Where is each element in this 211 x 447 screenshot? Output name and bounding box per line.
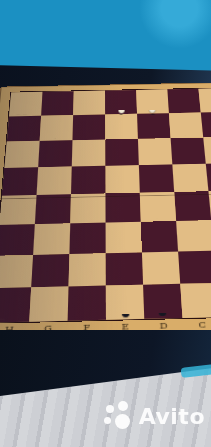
square-d6 [138, 138, 172, 165]
square-d5 [139, 164, 174, 192]
square-g1: ♞ [29, 286, 68, 321]
chess-board: ♜♞♝♚♛♝♞♜♟♟♟♟♟♟♟♟♟♟♟♟♟♟♟♟♜♞♝♚♛♝♞♜ HGFEDCB… [0, 81, 211, 339]
square-f3 [69, 223, 105, 254]
square-h5 [2, 167, 38, 195]
square-c3 [176, 220, 211, 251]
square-h7: ♟ [7, 116, 41, 142]
square-h2: ♟ [0, 255, 33, 288]
square-g3 [33, 223, 70, 255]
square-f8: ♝ [73, 91, 105, 116]
square-g8: ♞ [41, 91, 74, 116]
square-f2: ♟ [69, 253, 106, 286]
square-d2 [142, 252, 180, 285]
avito-logo-icon [103, 400, 133, 432]
square-e4 [105, 193, 140, 223]
listing-photo: ♜♞♝♚♛♝♞♜♟♟♟♟♟♟♟♟♟♟♟♟♟♟♟♟♜♞♝♚♛♝♞♜ HGFEDCB… [0, 0, 211, 447]
square-e5 [105, 165, 139, 193]
square-b7: ♟ [201, 112, 211, 138]
square-f6 [72, 140, 106, 167]
square-d3 [141, 221, 178, 252]
square-e1: ♚ [106, 285, 144, 320]
square-h6 [4, 141, 39, 168]
square-d4: ♟ [140, 192, 176, 222]
square-g4 [35, 194, 71, 224]
square-c7: ♟ [169, 113, 203, 139]
square-c2: ♟ [178, 251, 211, 284]
square-h4 [0, 195, 37, 225]
watermark-text: Avito [139, 404, 205, 429]
finial-dot [159, 309, 166, 316]
square-e6 [105, 139, 139, 166]
board-grid: ♜♞♝♚♛♝♞♜♟♟♟♟♟♟♟♟♟♟♟♟♟♟♟♟♜♞♝♚♛♝♞♜ [0, 88, 211, 323]
square-f1: ♝ [68, 286, 106, 321]
finial-dot [150, 107, 156, 113]
square-c6 [171, 138, 206, 165]
square-g7: ♟ [40, 115, 73, 141]
square-e8: ♚ [105, 90, 137, 114]
square-d1: ♛ [143, 284, 182, 319]
avito-watermark: Avito [103, 400, 205, 432]
square-f4 [70, 193, 105, 223]
square-h8: ♜ [9, 92, 42, 117]
square-c5 [172, 164, 208, 192]
square-h1: ♜ [0, 287, 31, 322]
square-f5: ♟ [71, 166, 105, 194]
square-e3 [106, 222, 142, 253]
board-scene: ♜♞♝♚♛♝♞♜♟♟♟♟♟♟♟♟♟♟♟♟♟♟♟♟♜♞♝♚♛♝♞♜ HGFEDCB… [0, 84, 211, 344]
square-h3 [0, 224, 35, 256]
square-e7: ♟ [105, 114, 138, 140]
square-d7: ♟ [137, 113, 171, 139]
square-c8: ♝ [167, 89, 200, 113]
square-g5 [37, 167, 72, 195]
square-f7 [72, 114, 105, 140]
square-b6 [203, 137, 211, 164]
square-g2: ♟ [31, 254, 69, 287]
square-d8: ♛ [136, 89, 169, 113]
finial-dot [118, 107, 124, 113]
square-g6 [38, 140, 72, 167]
finial-dot [121, 310, 128, 317]
square-c4 [174, 191, 211, 221]
square-e2: ♟ [106, 252, 143, 285]
